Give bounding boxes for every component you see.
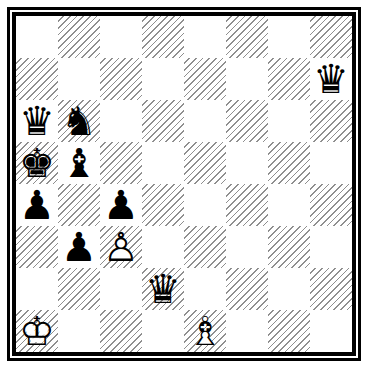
square-c7[interactable]	[100, 58, 142, 100]
square-a2[interactable]	[16, 268, 58, 310]
square-f5[interactable]	[226, 142, 268, 184]
piece-black-queen: ♛	[310, 58, 352, 100]
square-b1[interactable]	[58, 310, 100, 352]
square-f6[interactable]	[226, 100, 268, 142]
diagram-frame-gap: ♛♛♞♚♝♟♟♟♟♙♛♚♔♝♗	[10, 10, 358, 358]
diagram-frame-outer: ♛♛♞♚♝♟♟♟♟♙♛♚♔♝♗	[7, 7, 361, 361]
square-c5[interactable]	[100, 142, 142, 184]
square-a4[interactable]: ♟	[16, 184, 58, 226]
square-f7[interactable]	[226, 58, 268, 100]
square-e2[interactable]	[184, 268, 226, 310]
square-g4[interactable]	[268, 184, 310, 226]
square-c3[interactable]: ♟♙	[100, 226, 142, 268]
square-h5[interactable]	[310, 142, 352, 184]
square-d5[interactable]	[142, 142, 184, 184]
square-g8[interactable]	[268, 16, 310, 58]
square-e4[interactable]	[184, 184, 226, 226]
square-e8[interactable]	[184, 16, 226, 58]
piece-black-pawn: ♟	[100, 184, 142, 226]
square-d1[interactable]	[142, 310, 184, 352]
square-g3[interactable]	[268, 226, 310, 268]
piece-black-king: ♚	[16, 142, 58, 184]
square-a3[interactable]	[16, 226, 58, 268]
square-c4[interactable]: ♟	[100, 184, 142, 226]
square-c6[interactable]	[100, 100, 142, 142]
square-h3[interactable]	[310, 226, 352, 268]
piece-black-knight: ♞	[58, 100, 100, 142]
piece-black-pawn: ♟	[58, 226, 100, 268]
square-c2[interactable]	[100, 268, 142, 310]
square-b6[interactable]: ♞	[58, 100, 100, 142]
square-a8[interactable]	[16, 16, 58, 58]
square-d3[interactable]	[142, 226, 184, 268]
square-d6[interactable]	[142, 100, 184, 142]
chess-board: ♛♛♞♚♝♟♟♟♟♙♛♚♔♝♗	[16, 16, 352, 352]
square-e7[interactable]	[184, 58, 226, 100]
square-f8[interactable]	[226, 16, 268, 58]
square-h1[interactable]	[310, 310, 352, 352]
square-e6[interactable]	[184, 100, 226, 142]
piece-white-pawn: ♙	[100, 226, 142, 268]
piece-black-pawn: ♟	[16, 184, 58, 226]
square-c8[interactable]	[100, 16, 142, 58]
square-h6[interactable]	[310, 100, 352, 142]
square-g2[interactable]	[268, 268, 310, 310]
square-d2[interactable]: ♛	[142, 268, 184, 310]
square-h7[interactable]: ♛	[310, 58, 352, 100]
square-h4[interactable]	[310, 184, 352, 226]
square-g5[interactable]	[268, 142, 310, 184]
square-g1[interactable]	[268, 310, 310, 352]
piece-black-bishop: ♝	[58, 142, 100, 184]
square-h8[interactable]	[310, 16, 352, 58]
piece-white-king: ♔	[16, 310, 58, 352]
square-a7[interactable]	[16, 58, 58, 100]
square-c1[interactable]	[100, 310, 142, 352]
piece-black-queen: ♛	[142, 268, 184, 310]
square-d4[interactable]	[142, 184, 184, 226]
diagram-frame-inner: ♛♛♞♚♝♟♟♟♟♙♛♚♔♝♗	[12, 12, 356, 356]
square-e1[interactable]: ♝♗	[184, 310, 226, 352]
piece-white-bishop: ♗	[184, 310, 226, 352]
square-f1[interactable]	[226, 310, 268, 352]
square-f2[interactable]	[226, 268, 268, 310]
square-d8[interactable]	[142, 16, 184, 58]
piece-black-queen: ♛	[16, 100, 58, 142]
square-f3[interactable]	[226, 226, 268, 268]
square-d7[interactable]	[142, 58, 184, 100]
square-b2[interactable]	[58, 268, 100, 310]
square-g6[interactable]	[268, 100, 310, 142]
square-b7[interactable]	[58, 58, 100, 100]
square-a1[interactable]: ♚♔	[16, 310, 58, 352]
square-f4[interactable]	[226, 184, 268, 226]
square-g7[interactable]	[268, 58, 310, 100]
square-h2[interactable]	[310, 268, 352, 310]
square-a5[interactable]: ♚	[16, 142, 58, 184]
square-b5[interactable]: ♝	[58, 142, 100, 184]
square-b4[interactable]	[58, 184, 100, 226]
square-e5[interactable]	[184, 142, 226, 184]
square-a6[interactable]: ♛	[16, 100, 58, 142]
square-e3[interactable]	[184, 226, 226, 268]
square-b8[interactable]	[58, 16, 100, 58]
square-b3[interactable]: ♟	[58, 226, 100, 268]
